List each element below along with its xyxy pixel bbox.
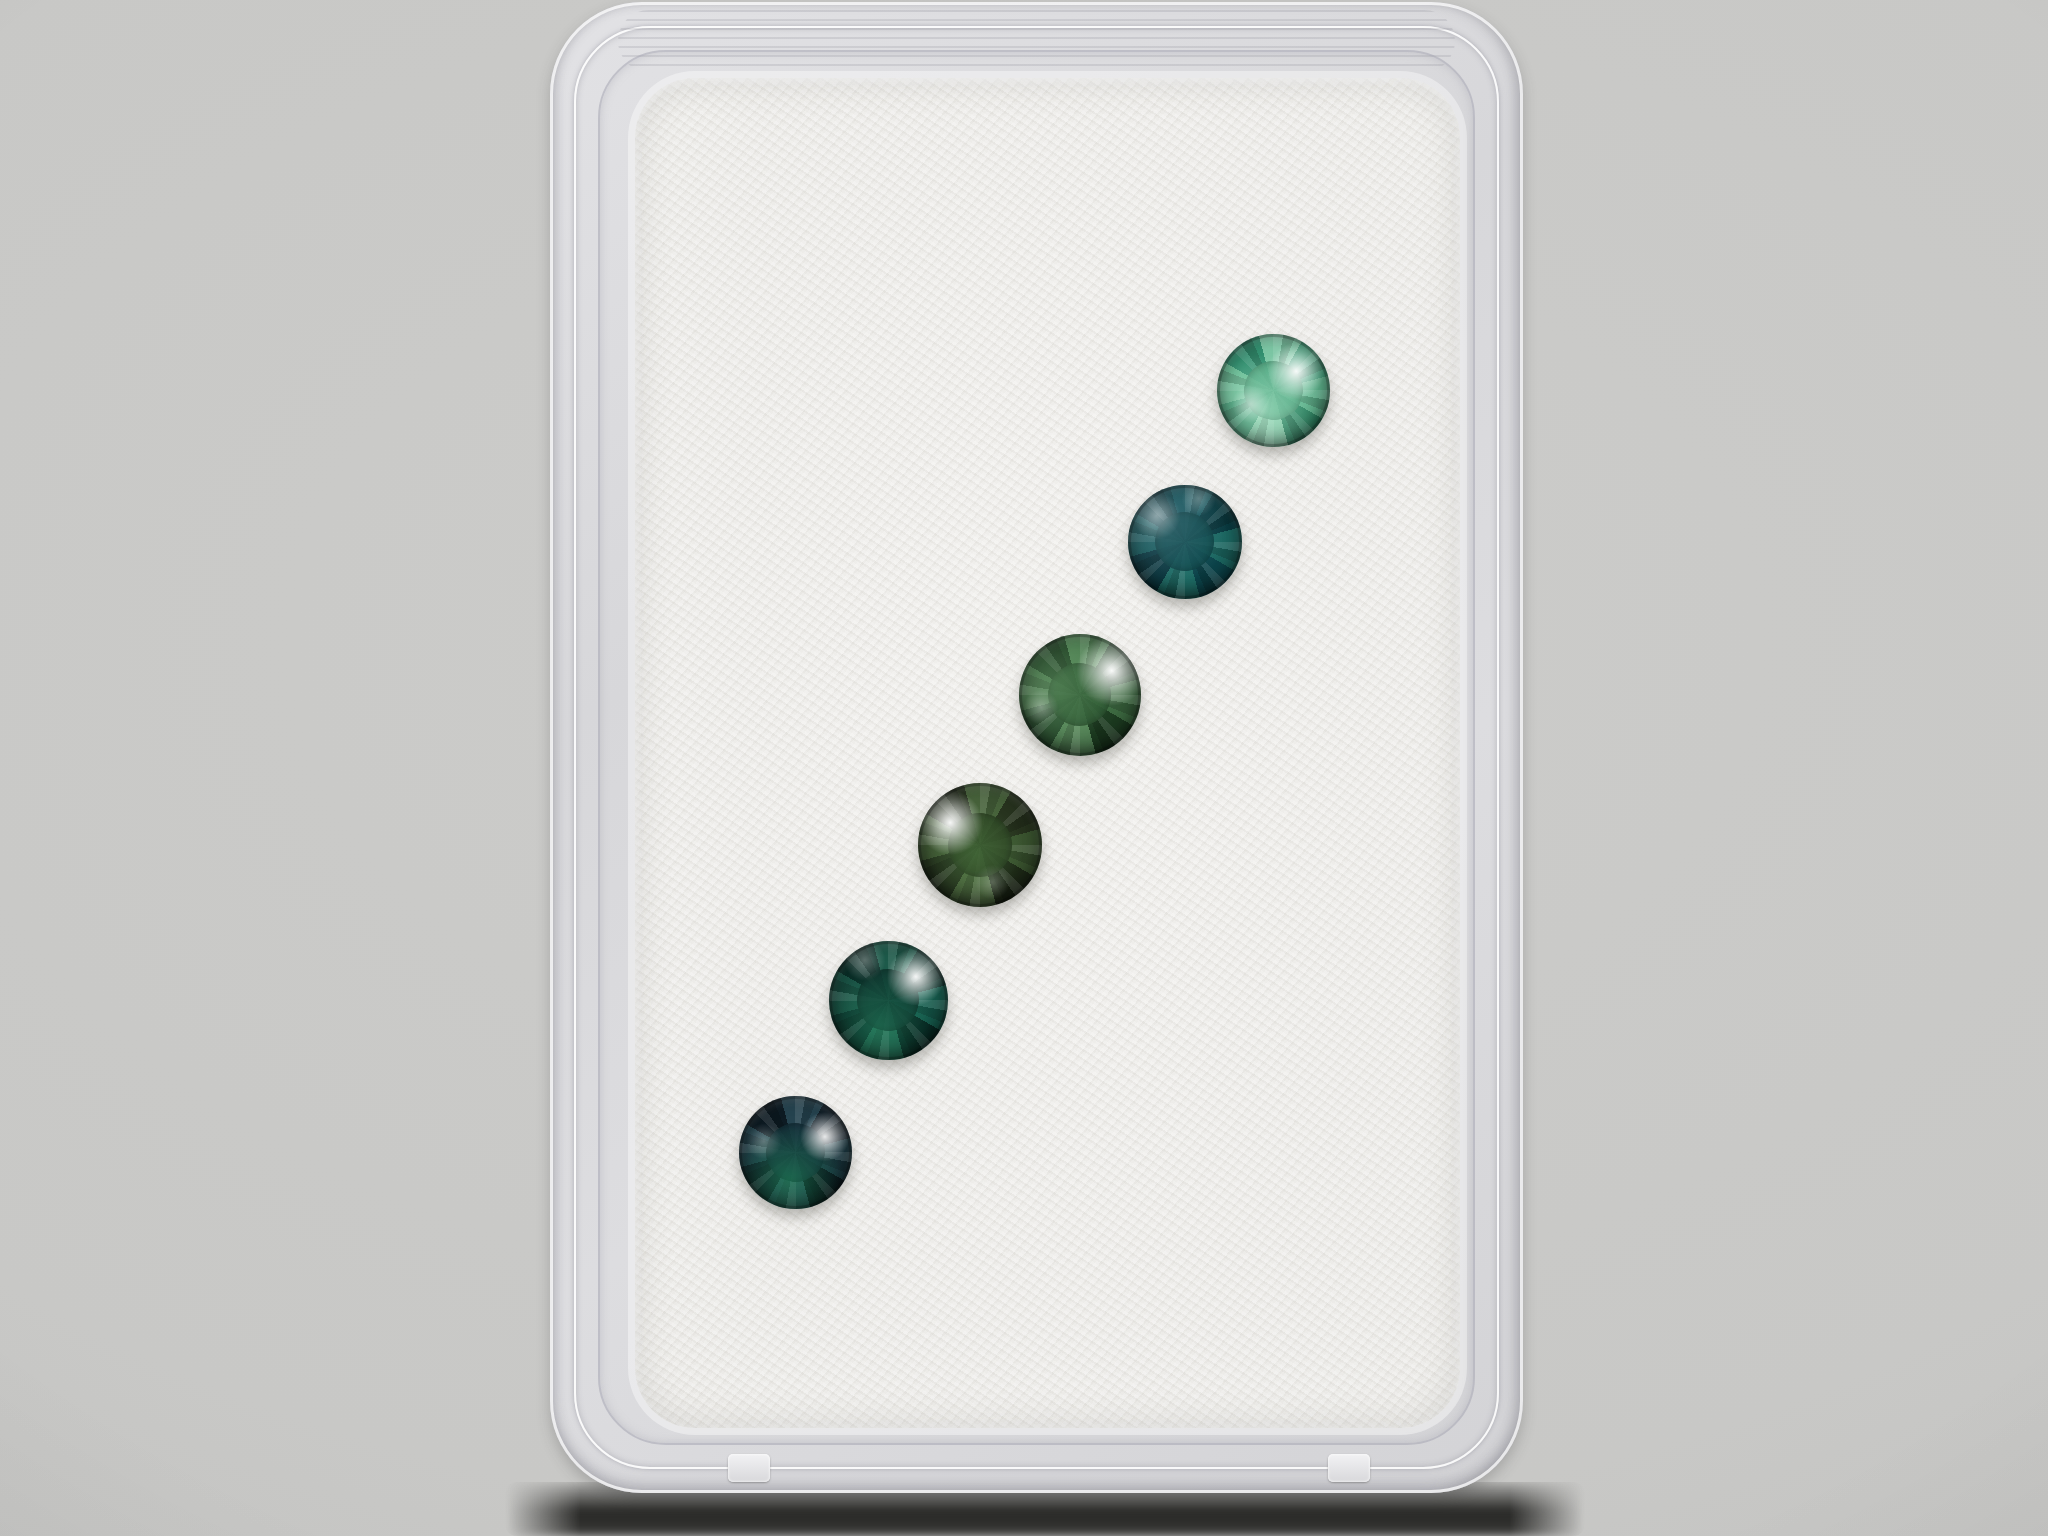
gemstone-1 [1217,334,1330,447]
gem-girdle-rim [918,783,1042,907]
gem-girdle-rim [1128,485,1242,599]
gemstone-5 [829,941,948,1060]
gemstone-3 [1019,634,1141,756]
gemstone-6 [739,1096,852,1209]
photo-background [0,0,2048,1536]
gem-girdle-rim [1217,334,1330,447]
gemstone-2 [1128,485,1242,599]
gem-girdle-rim [1019,634,1141,756]
gem-tray [0,0,2048,1536]
gemstone-4 [918,783,1042,907]
gem-girdle-rim [829,941,948,1060]
gem-girdle-rim [739,1096,852,1209]
